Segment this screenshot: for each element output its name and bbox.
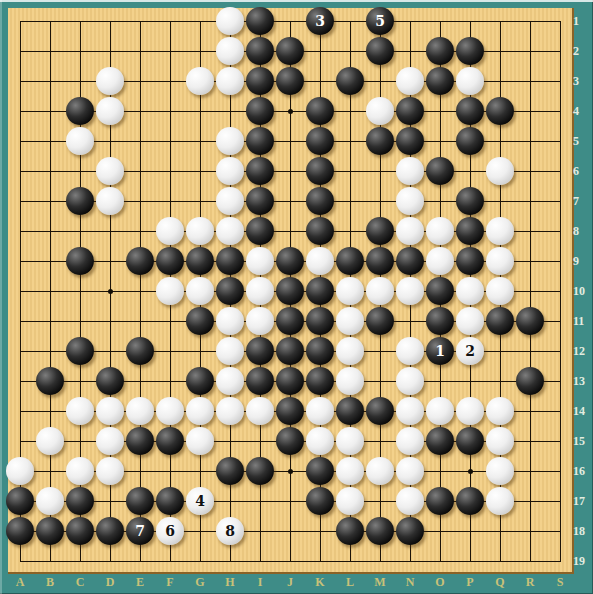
- stone-white[interactable]: [336, 307, 364, 335]
- star-point: [288, 109, 293, 114]
- stone-black[interactable]: [216, 277, 244, 305]
- stone-black[interactable]: [396, 127, 424, 155]
- stone-black[interactable]: [36, 367, 64, 395]
- stone-black[interactable]: [306, 457, 334, 485]
- stone-white[interactable]: [396, 427, 424, 455]
- stone-black[interactable]: [246, 67, 274, 95]
- stone-black[interactable]: 1: [426, 337, 454, 365]
- stone-black[interactable]: [456, 427, 484, 455]
- stone-white[interactable]: [396, 457, 424, 485]
- stone-white[interactable]: [456, 277, 484, 305]
- row-label: 11: [573, 314, 593, 329]
- stone-black[interactable]: [306, 157, 334, 185]
- stone-black[interactable]: [246, 457, 274, 485]
- stone-black[interactable]: [246, 37, 274, 65]
- stone-white[interactable]: [66, 127, 94, 155]
- stone-white[interactable]: [156, 397, 184, 425]
- move-number-label: 7: [135, 524, 145, 538]
- stone-black[interactable]: [66, 487, 94, 515]
- stone-black[interactable]: [456, 187, 484, 215]
- row-label: 14: [573, 404, 593, 419]
- move-number-label: 6: [165, 524, 175, 538]
- stone-white[interactable]: [306, 397, 334, 425]
- stone-white[interactable]: [216, 7, 244, 35]
- stone-white[interactable]: [96, 187, 124, 215]
- stone-black[interactable]: [306, 97, 334, 125]
- stone-black[interactable]: [246, 157, 274, 185]
- column-label: F: [160, 575, 180, 590]
- stone-white[interactable]: [456, 397, 484, 425]
- row-label: 9: [573, 254, 593, 269]
- row-label: 17: [573, 494, 593, 509]
- stone-white[interactable]: [486, 247, 514, 275]
- row-label: 13: [573, 374, 593, 389]
- stone-black[interactable]: [456, 487, 484, 515]
- stone-black[interactable]: [336, 247, 364, 275]
- stone-white[interactable]: [66, 397, 94, 425]
- row-label: 1: [573, 14, 593, 29]
- stone-white[interactable]: [426, 397, 454, 425]
- stone-black[interactable]: [276, 247, 304, 275]
- stone-white[interactable]: [216, 337, 244, 365]
- column-label: R: [520, 575, 540, 590]
- star-point: [288, 469, 293, 474]
- stone-white[interactable]: [186, 397, 214, 425]
- stone-white[interactable]: 4: [186, 487, 214, 515]
- stone-black[interactable]: [306, 127, 334, 155]
- stone-black[interactable]: [126, 487, 154, 515]
- stone-black[interactable]: [246, 127, 274, 155]
- stone-black[interactable]: [156, 427, 184, 455]
- stone-white[interactable]: [96, 427, 124, 455]
- stone-white[interactable]: [456, 67, 484, 95]
- row-label: 16: [573, 464, 593, 479]
- move-number-label: 5: [375, 14, 385, 28]
- stone-white[interactable]: [216, 397, 244, 425]
- stone-white[interactable]: [426, 217, 454, 245]
- stone-white[interactable]: [486, 397, 514, 425]
- stone-white[interactable]: [456, 307, 484, 335]
- stone-black[interactable]: [276, 307, 304, 335]
- column-label: I: [250, 575, 270, 590]
- stone-black[interactable]: [126, 427, 154, 455]
- stone-white[interactable]: [396, 217, 424, 245]
- stone-black[interactable]: [6, 487, 34, 515]
- row-label: 7: [573, 194, 593, 209]
- stone-black[interactable]: [6, 517, 34, 545]
- move-number-label: 4: [195, 494, 205, 508]
- stone-white[interactable]: [396, 157, 424, 185]
- star-point: [108, 289, 113, 294]
- stone-white[interactable]: [186, 67, 214, 95]
- stone-black[interactable]: [126, 247, 154, 275]
- stone-white[interactable]: [156, 277, 184, 305]
- stone-black[interactable]: [396, 247, 424, 275]
- stone-black[interactable]: 3: [306, 7, 334, 35]
- stone-black[interactable]: [246, 187, 274, 215]
- stone-black[interactable]: [276, 67, 304, 95]
- stone-black[interactable]: [456, 37, 484, 65]
- stone-white[interactable]: [336, 427, 364, 455]
- stone-black[interactable]: [366, 247, 394, 275]
- stone-white[interactable]: [6, 457, 34, 485]
- stone-white[interactable]: [216, 67, 244, 95]
- stone-black[interactable]: 5: [366, 7, 394, 35]
- stone-black[interactable]: [66, 247, 94, 275]
- stone-white[interactable]: [396, 397, 424, 425]
- stone-black[interactable]: [66, 187, 94, 215]
- stone-black[interactable]: [456, 247, 484, 275]
- stone-black[interactable]: [36, 517, 64, 545]
- stone-black[interactable]: [216, 457, 244, 485]
- stone-white[interactable]: [246, 397, 274, 425]
- column-label: C: [70, 575, 90, 590]
- stone-white[interactable]: [366, 277, 394, 305]
- row-label: 15: [573, 434, 593, 449]
- stone-white[interactable]: [96, 67, 124, 95]
- stone-white[interactable]: [186, 217, 214, 245]
- grid-line-vertical: [530, 21, 531, 562]
- column-label: J: [280, 575, 300, 590]
- stone-white[interactable]: [396, 337, 424, 365]
- stone-white[interactable]: [216, 37, 244, 65]
- stone-black[interactable]: [516, 367, 544, 395]
- stone-black[interactable]: [336, 67, 364, 95]
- stone-white[interactable]: [246, 307, 274, 335]
- stone-black[interactable]: [336, 517, 364, 545]
- move-number-label: 3: [315, 14, 325, 28]
- stone-black[interactable]: [156, 247, 184, 275]
- row-label: 3: [573, 74, 593, 89]
- stone-white[interactable]: [306, 247, 334, 275]
- stone-black[interactable]: [246, 7, 274, 35]
- stone-white[interactable]: [186, 277, 214, 305]
- column-label: D: [100, 575, 120, 590]
- stone-white[interactable]: [246, 277, 274, 305]
- stone-white[interactable]: [126, 397, 154, 425]
- stone-black[interactable]: [366, 127, 394, 155]
- column-label: M: [370, 575, 390, 590]
- stone-black[interactable]: [426, 37, 454, 65]
- stone-black[interactable]: [306, 337, 334, 365]
- stone-white[interactable]: [426, 247, 454, 275]
- stone-black[interactable]: [426, 427, 454, 455]
- stone-black[interactable]: [306, 277, 334, 305]
- stone-white[interactable]: [486, 157, 514, 185]
- stone-black[interactable]: [426, 307, 454, 335]
- stone-white[interactable]: [486, 217, 514, 245]
- column-label: Q: [490, 575, 510, 590]
- column-label: E: [130, 575, 150, 590]
- stone-black[interactable]: [456, 217, 484, 245]
- stone-black[interactable]: [246, 217, 274, 245]
- stone-white[interactable]: [216, 127, 244, 155]
- stone-black[interactable]: [276, 367, 304, 395]
- stone-black[interactable]: [366, 307, 394, 335]
- row-label: 10: [573, 284, 593, 299]
- stone-black[interactable]: [366, 37, 394, 65]
- stone-black[interactable]: [66, 97, 94, 125]
- stone-white[interactable]: [306, 427, 334, 455]
- stone-white[interactable]: [156, 217, 184, 245]
- stone-black[interactable]: [456, 127, 484, 155]
- stone-white[interactable]: 8: [216, 517, 244, 545]
- stone-black[interactable]: [276, 277, 304, 305]
- column-label: O: [430, 575, 450, 590]
- stone-white[interactable]: [396, 67, 424, 95]
- stone-white[interactable]: [216, 157, 244, 185]
- stone-white[interactable]: [36, 487, 64, 515]
- stone-white[interactable]: [36, 427, 64, 455]
- stone-black[interactable]: [186, 247, 214, 275]
- stone-black[interactable]: [306, 367, 334, 395]
- stone-white[interactable]: [396, 187, 424, 215]
- stone-black[interactable]: [306, 307, 334, 335]
- stone-black[interactable]: [456, 97, 484, 125]
- stone-black[interactable]: [336, 397, 364, 425]
- stone-white[interactable]: [186, 427, 214, 455]
- stone-black[interactable]: [276, 427, 304, 455]
- stone-black[interactable]: [306, 217, 334, 245]
- stone-black[interactable]: [486, 97, 514, 125]
- stone-black[interactable]: [366, 217, 394, 245]
- stone-black[interactable]: [96, 367, 124, 395]
- stone-white[interactable]: [486, 277, 514, 305]
- stone-black[interactable]: [426, 157, 454, 185]
- column-label: K: [310, 575, 330, 590]
- stone-black[interactable]: [66, 517, 94, 545]
- stone-black[interactable]: 7: [126, 517, 154, 545]
- stone-black[interactable]: [246, 367, 274, 395]
- grid-line-horizontal: [20, 561, 561, 562]
- stone-black[interactable]: [96, 517, 124, 545]
- stone-black[interactable]: [276, 37, 304, 65]
- stone-black[interactable]: [126, 337, 154, 365]
- move-number-label: 2: [465, 344, 475, 358]
- stone-white[interactable]: [486, 457, 514, 485]
- row-label: 12: [573, 344, 593, 359]
- stone-black[interactable]: [246, 337, 274, 365]
- row-label: 4: [573, 104, 593, 119]
- stone-white[interactable]: [96, 457, 124, 485]
- stone-white[interactable]: [96, 157, 124, 185]
- stone-white[interactable]: [396, 487, 424, 515]
- stone-white[interactable]: [396, 277, 424, 305]
- go-board[interactable]: 35124768: [8, 8, 574, 574]
- stone-black[interactable]: [276, 337, 304, 365]
- stone-black[interactable]: [426, 277, 454, 305]
- column-label: G: [190, 575, 210, 590]
- stone-white[interactable]: [366, 457, 394, 485]
- grid-line-vertical: [560, 21, 561, 562]
- stone-white[interactable]: [396, 367, 424, 395]
- stone-black[interactable]: [366, 517, 394, 545]
- stone-black[interactable]: [306, 487, 334, 515]
- column-label: N: [400, 575, 420, 590]
- stone-white[interactable]: [216, 187, 244, 215]
- move-number-label: 8: [225, 524, 235, 538]
- column-label: P: [460, 575, 480, 590]
- stone-black[interactable]: [516, 307, 544, 335]
- row-label: 6: [573, 164, 593, 179]
- stone-white[interactable]: [96, 397, 124, 425]
- stone-black[interactable]: [366, 397, 394, 425]
- stone-black[interactable]: [246, 97, 274, 125]
- stone-white[interactable]: 6: [156, 517, 184, 545]
- stone-white[interactable]: 2: [456, 337, 484, 365]
- stone-black[interactable]: [156, 487, 184, 515]
- stone-white[interactable]: [366, 97, 394, 125]
- star-point: [468, 469, 473, 474]
- stone-black[interactable]: [396, 517, 424, 545]
- row-label: 5: [573, 134, 593, 149]
- row-label: 8: [573, 224, 593, 239]
- column-label: A: [10, 575, 30, 590]
- column-label: L: [340, 575, 360, 590]
- stone-white[interactable]: [246, 247, 274, 275]
- row-label: 18: [573, 524, 593, 539]
- stone-white[interactable]: [216, 217, 244, 245]
- stone-black[interactable]: [66, 337, 94, 365]
- stone-white[interactable]: [336, 277, 364, 305]
- stone-white[interactable]: [336, 487, 364, 515]
- stone-black[interactable]: [396, 97, 424, 125]
- stone-white[interactable]: [486, 427, 514, 455]
- go-app-window: 35124768 ABCDEFGHIJKLMNOPQRS123456789101…: [0, 0, 593, 594]
- stone-white[interactable]: [486, 487, 514, 515]
- stone-black[interactable]: [276, 397, 304, 425]
- stone-black[interactable]: [186, 367, 214, 395]
- row-label: 2: [573, 44, 593, 59]
- stone-black[interactable]: [306, 187, 334, 215]
- move-number-label: 1: [435, 344, 445, 358]
- stone-white[interactable]: [216, 367, 244, 395]
- stone-white[interactable]: [66, 457, 94, 485]
- stone-white[interactable]: [336, 457, 364, 485]
- column-label: S: [550, 575, 570, 590]
- stone-white[interactable]: [336, 367, 364, 395]
- column-label: H: [220, 575, 240, 590]
- stone-white[interactable]: [96, 97, 124, 125]
- stone-black[interactable]: [486, 307, 514, 335]
- stone-black[interactable]: [426, 67, 454, 95]
- stone-black[interactable]: [186, 307, 214, 335]
- stone-white[interactable]: [336, 337, 364, 365]
- column-label: B: [40, 575, 60, 590]
- stone-black[interactable]: [426, 487, 454, 515]
- stone-white[interactable]: [216, 307, 244, 335]
- row-label: 19: [573, 554, 593, 569]
- stone-black[interactable]: [216, 247, 244, 275]
